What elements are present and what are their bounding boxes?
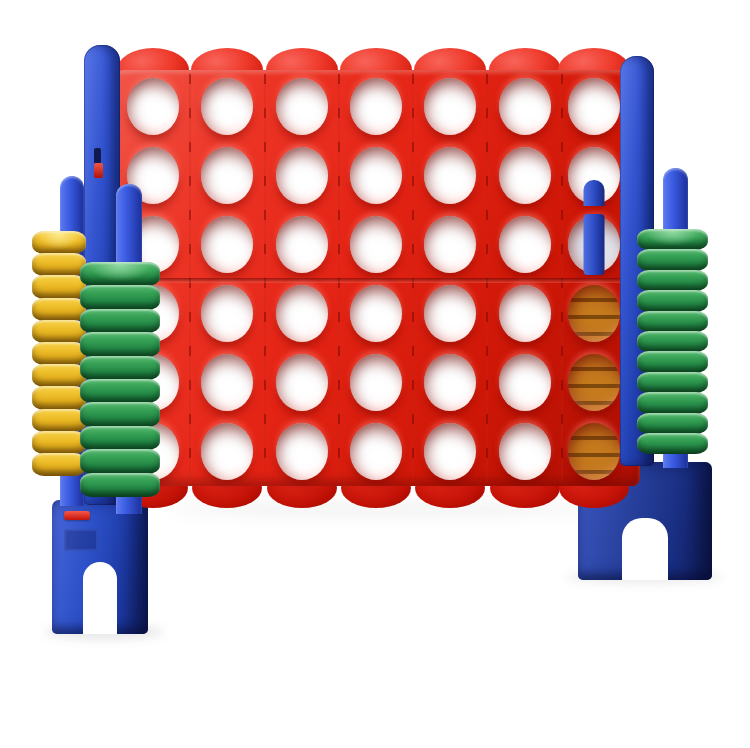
left-a-frame-leg xyxy=(52,500,148,634)
board-cell-r1c6-empty xyxy=(499,78,551,135)
green-disc xyxy=(637,270,708,291)
left-leg-arch-cutout xyxy=(83,562,117,634)
board-cell-r3c3-empty xyxy=(276,216,328,273)
green-disc xyxy=(80,379,160,403)
board-cell-r1c5-empty xyxy=(424,78,476,135)
green-disc-stack-left xyxy=(80,263,160,497)
board-cell-r4c2-empty xyxy=(201,285,253,342)
green-disc xyxy=(637,290,708,311)
yellow-disc-stack xyxy=(32,232,86,476)
middle-seam xyxy=(114,278,638,283)
green-disc xyxy=(80,402,160,426)
board-cell-r2c2-empty xyxy=(201,147,253,204)
board-cell-r4c3-empty xyxy=(276,285,328,342)
board-cell-r6c7-stored-yellow-discs xyxy=(568,423,620,480)
green-disc xyxy=(80,356,160,380)
green-disc xyxy=(637,392,708,413)
yellow-disc xyxy=(32,320,86,343)
green-disc xyxy=(637,229,708,250)
connect-four-board xyxy=(112,48,640,512)
yellow-disc xyxy=(32,253,86,276)
rear-rod-icon xyxy=(583,214,604,275)
board-cell-r5c3-empty xyxy=(276,354,328,411)
board-cell-r1c4-empty xyxy=(350,78,402,135)
yellow-disc xyxy=(32,386,86,409)
board-cell-r1c2-empty xyxy=(201,78,253,135)
board-cell-r5c7-stored-yellow-discs xyxy=(568,354,620,411)
board-cell-r4c6-empty xyxy=(499,285,551,342)
board-cell-r6c2-empty xyxy=(201,423,253,480)
green-disc xyxy=(637,311,708,332)
green-disc xyxy=(637,372,708,393)
board-cell-r3c7-blue-rod xyxy=(568,216,620,273)
board-cell-r4c4-empty xyxy=(350,285,402,342)
board-cell-r1c7-empty xyxy=(568,78,620,135)
board-cell-r3c4-empty xyxy=(350,216,402,273)
board-cell-r5c6-empty xyxy=(499,354,551,411)
yellow-disc xyxy=(32,453,86,476)
board-cell-r1c1-empty xyxy=(127,78,179,135)
board-front-panel xyxy=(112,70,640,486)
yellow-disc xyxy=(32,431,86,454)
right-leg-arch-cutout xyxy=(622,518,668,580)
rear-rod-tip-icon xyxy=(583,180,604,206)
board-cell-r4c5-empty xyxy=(424,285,476,342)
board-cell-r2c3-empty xyxy=(276,147,328,204)
board-cell-r3c2-empty xyxy=(201,216,253,273)
board-cell-r6c6-empty xyxy=(499,423,551,480)
embossed-logo-plate xyxy=(64,529,98,551)
yellow-disc xyxy=(32,342,86,365)
green-disc xyxy=(637,249,708,270)
board-cell-r5c5-empty xyxy=(424,354,476,411)
red-latch-tab xyxy=(64,511,90,520)
red-release-latch xyxy=(94,163,103,178)
board-cell-r2c7-blue-rod-tip xyxy=(568,147,620,204)
board-cell-r3c6-empty xyxy=(499,216,551,273)
board-cell-r6c5-empty xyxy=(424,423,476,480)
board-cell-r6c3-empty xyxy=(276,423,328,480)
yellow-disc xyxy=(32,231,86,254)
green-disc xyxy=(80,309,160,333)
green-disc xyxy=(80,449,160,473)
green-disc xyxy=(637,433,708,454)
green-disc xyxy=(80,426,160,450)
green-disc xyxy=(637,413,708,434)
green-disc xyxy=(637,331,708,352)
board-cell-r2c5-empty xyxy=(424,147,476,204)
board-cell-r5c2-empty xyxy=(201,354,253,411)
board-cell-r3c5-empty xyxy=(424,216,476,273)
green-disc xyxy=(80,473,160,497)
green-disc xyxy=(80,332,160,356)
green-disc xyxy=(637,351,708,372)
green-disc-stack-right xyxy=(637,230,708,454)
green-disc xyxy=(80,262,160,286)
yellow-disc xyxy=(32,275,86,298)
giant-connect-four-product-photo xyxy=(0,0,750,748)
board-cell-r2c4-empty xyxy=(350,147,402,204)
yellow-disc xyxy=(32,298,86,321)
latch-slot xyxy=(94,148,101,164)
board-cell-r6c4-empty xyxy=(350,423,402,480)
board-cell-r4c7-stored-yellow-discs xyxy=(568,285,620,342)
green-disc xyxy=(80,285,160,309)
yellow-disc xyxy=(32,409,86,432)
yellow-disc xyxy=(32,364,86,387)
board-cell-r2c6-empty xyxy=(499,147,551,204)
board-cell-r5c4-empty xyxy=(350,354,402,411)
board-cell-r1c3-empty xyxy=(276,78,328,135)
